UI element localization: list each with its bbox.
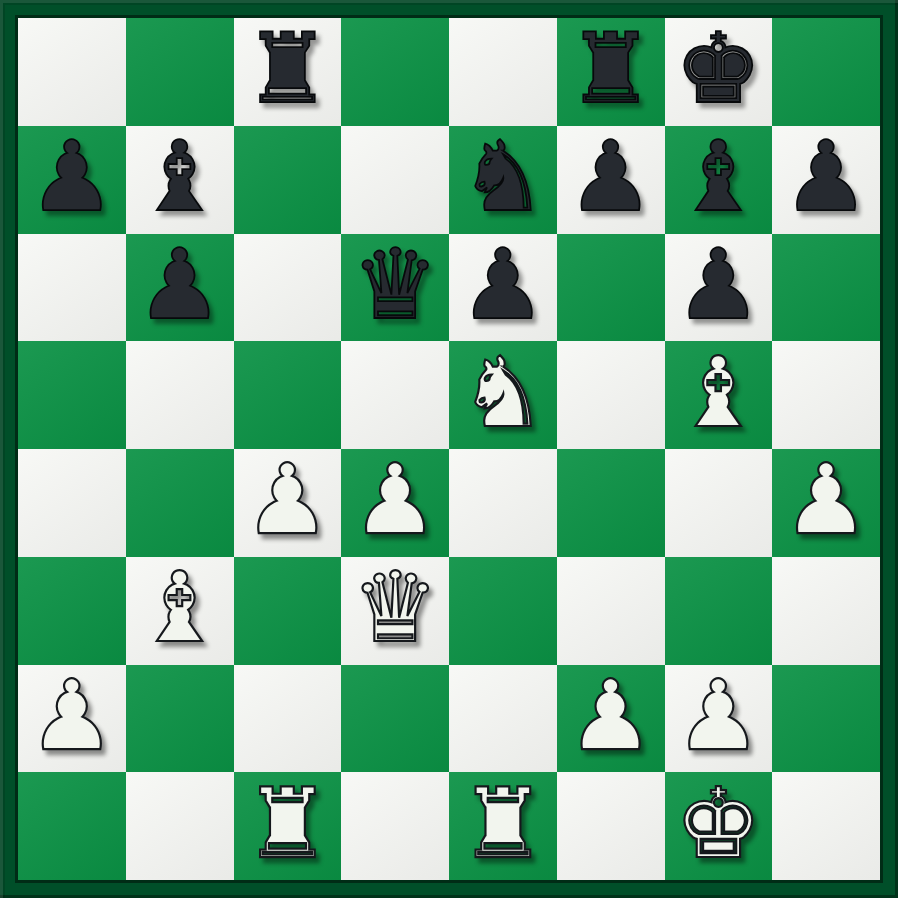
- square-h3[interactable]: [772, 557, 880, 665]
- square-a3[interactable]: [18, 557, 126, 665]
- square-d1[interactable]: [341, 772, 449, 880]
- square-e1[interactable]: ♜: [449, 772, 557, 880]
- piece-white-bishop[interactable]: ♝: [136, 559, 223, 656]
- piece-black-bishop[interactable]: ♝: [136, 128, 223, 225]
- piece-white-rook[interactable]: ♜: [244, 775, 331, 872]
- piece-black-rook[interactable]: ♜: [244, 20, 331, 117]
- square-d6[interactable]: ♛: [341, 234, 449, 342]
- square-g8[interactable]: ♚: [665, 18, 773, 126]
- square-b4[interactable]: [126, 449, 234, 557]
- square-e2[interactable]: [449, 665, 557, 773]
- square-b8[interactable]: [126, 18, 234, 126]
- square-b3[interactable]: ♝: [126, 557, 234, 665]
- square-a4[interactable]: [18, 449, 126, 557]
- square-a2[interactable]: ♟: [18, 665, 126, 773]
- piece-white-rook[interactable]: ♜: [459, 775, 546, 872]
- square-d7[interactable]: [341, 126, 449, 234]
- piece-black-knight[interactable]: ♞: [459, 128, 546, 225]
- piece-white-bishop[interactable]: ♝: [675, 344, 762, 441]
- square-f4[interactable]: [557, 449, 665, 557]
- chess-board: ♜♜♚♟♝♞♟♝♟♟♛♟♟♞♝♟♟♟♝♛♟♟♟♜♜♚: [18, 18, 880, 880]
- square-g3[interactable]: [665, 557, 773, 665]
- piece-white-pawn[interactable]: ♟: [352, 451, 439, 548]
- square-d8[interactable]: [341, 18, 449, 126]
- piece-white-knight[interactable]: ♞: [459, 344, 546, 441]
- square-h8[interactable]: [772, 18, 880, 126]
- square-g6[interactable]: ♟: [665, 234, 773, 342]
- piece-black-king[interactable]: ♚: [675, 20, 762, 117]
- square-f5[interactable]: [557, 341, 665, 449]
- square-a1[interactable]: [18, 772, 126, 880]
- piece-white-pawn[interactable]: ♟: [783, 451, 870, 548]
- square-f3[interactable]: [557, 557, 665, 665]
- piece-black-pawn[interactable]: ♟: [459, 236, 546, 333]
- square-e8[interactable]: [449, 18, 557, 126]
- square-c1[interactable]: ♜: [234, 772, 342, 880]
- square-d5[interactable]: [341, 341, 449, 449]
- square-a5[interactable]: [18, 341, 126, 449]
- piece-white-pawn[interactable]: ♟: [675, 667, 762, 764]
- square-g4[interactable]: [665, 449, 773, 557]
- square-e6[interactable]: ♟: [449, 234, 557, 342]
- square-h5[interactable]: [772, 341, 880, 449]
- piece-black-pawn[interactable]: ♟: [675, 236, 762, 333]
- piece-white-pawn[interactable]: ♟: [567, 667, 654, 764]
- piece-black-pawn[interactable]: ♟: [783, 128, 870, 225]
- square-d4[interactable]: ♟: [341, 449, 449, 557]
- square-c8[interactable]: ♜: [234, 18, 342, 126]
- piece-black-rook[interactable]: ♜: [567, 20, 654, 117]
- piece-black-pawn[interactable]: ♟: [28, 128, 115, 225]
- square-g7[interactable]: ♝: [665, 126, 773, 234]
- square-f8[interactable]: ♜: [557, 18, 665, 126]
- square-f1[interactable]: [557, 772, 665, 880]
- square-a7[interactable]: ♟: [18, 126, 126, 234]
- square-c6[interactable]: [234, 234, 342, 342]
- piece-black-pawn[interactable]: ♟: [567, 128, 654, 225]
- piece-white-pawn[interactable]: ♟: [28, 667, 115, 764]
- square-e3[interactable]: [449, 557, 557, 665]
- square-h6[interactable]: [772, 234, 880, 342]
- square-a6[interactable]: [18, 234, 126, 342]
- square-c5[interactable]: [234, 341, 342, 449]
- piece-white-pawn[interactable]: ♟: [244, 451, 331, 548]
- square-b6[interactable]: ♟: [126, 234, 234, 342]
- square-b7[interactable]: ♝: [126, 126, 234, 234]
- square-f6[interactable]: [557, 234, 665, 342]
- square-b5[interactable]: [126, 341, 234, 449]
- square-c7[interactable]: [234, 126, 342, 234]
- square-h4[interactable]: ♟: [772, 449, 880, 557]
- square-c2[interactable]: [234, 665, 342, 773]
- square-h7[interactable]: ♟: [772, 126, 880, 234]
- square-g2[interactable]: ♟: [665, 665, 773, 773]
- square-d3[interactable]: ♛: [341, 557, 449, 665]
- piece-black-bishop[interactable]: ♝: [675, 128, 762, 225]
- square-h2[interactable]: [772, 665, 880, 773]
- square-c3[interactable]: [234, 557, 342, 665]
- square-d2[interactable]: [341, 665, 449, 773]
- square-e5[interactable]: ♞: [449, 341, 557, 449]
- piece-white-queen[interactable]: ♛: [352, 559, 439, 656]
- square-g5[interactable]: ♝: [665, 341, 773, 449]
- square-f7[interactable]: ♟: [557, 126, 665, 234]
- piece-black-pawn[interactable]: ♟: [136, 236, 223, 333]
- square-f2[interactable]: ♟: [557, 665, 665, 773]
- board-frame: ♜♜♚♟♝♞♟♝♟♟♛♟♟♞♝♟♟♟♝♛♟♟♟♜♜♚: [0, 0, 898, 898]
- square-e7[interactable]: ♞: [449, 126, 557, 234]
- square-b1[interactable]: [126, 772, 234, 880]
- square-e4[interactable]: [449, 449, 557, 557]
- square-b2[interactable]: [126, 665, 234, 773]
- square-h1[interactable]: [772, 772, 880, 880]
- square-c4[interactable]: ♟: [234, 449, 342, 557]
- square-g1[interactable]: ♚: [665, 772, 773, 880]
- square-a8[interactable]: [18, 18, 126, 126]
- piece-white-king[interactable]: ♚: [675, 775, 762, 872]
- piece-black-queen[interactable]: ♛: [352, 236, 439, 333]
